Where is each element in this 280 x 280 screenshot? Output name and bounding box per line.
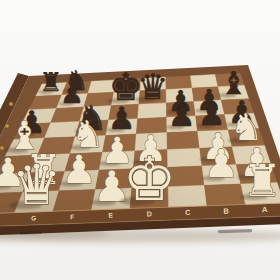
piece-white-queen-g8: ♛ [12,153,62,217]
piece-white-pawn-f7: ♟ [61,147,96,192]
piece-black-queen-d2: ♛ [137,66,168,107]
file-label-b: B [223,206,229,215]
piece-white-pawn-b7: ♟ [204,141,239,186]
file-label-f: F [70,213,74,220]
piece-black-pawn-c4: ♟ [168,97,196,133]
chess-board: GFEDCBA♜♞♟♚♛♝♟♟♟♞♟♟♟♟♝♞♞♟♟♟♟♜♟♟♟♛♟♚♜ [0,0,280,280]
hinge-dot-1 [9,102,13,106]
piece-white-rook-a8: ♜ [243,155,280,206]
file-label-e: E [108,212,113,219]
file-label-a: A [262,205,268,214]
chess-set-photo: GFEDCBA♜♞♟♚♛♝♟♟♟♞♟♟♟♟♝♞♞♟♟♟♟♜♟♟♟♛♟♚♜ [0,0,280,280]
piece-white-king-d8: ♚ [123,144,177,214]
